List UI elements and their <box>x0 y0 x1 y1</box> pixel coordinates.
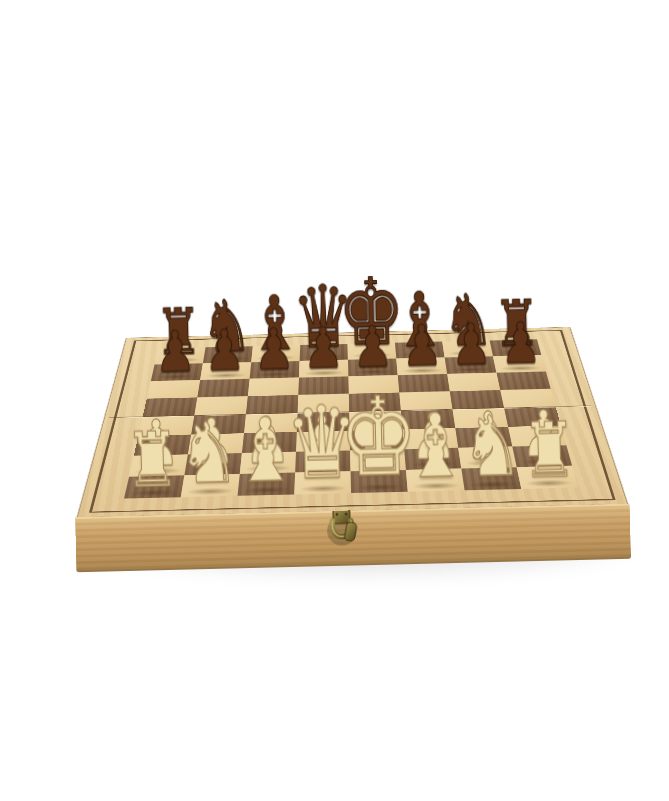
piece-white-bishop-f1: ♝ <box>402 402 468 491</box>
brass-latch-icon <box>322 507 362 556</box>
product-photo-chess-set: ♜♞♝♛♚♝♞♜♟♟♟♟♟♟♟♟♟♟♟♟♟♟♟♟♜♞♝♛♚♝♞♜ <box>50 112 650 801</box>
piece-black-pawn-d7: ♟ <box>302 320 344 377</box>
chess-board: ♜♞♝♛♚♝♞♜♟♟♟♟♟♟♟♟♟♟♟♟♟♟♟♟♜♞♝♛♚♝♞♜ <box>77 327 628 517</box>
square-a1: ♜ <box>124 475 184 498</box>
piece-black-pawn-c7: ♟ <box>252 321 294 378</box>
square-e1: ♚ <box>351 470 408 493</box>
square-f1: ♝ <box>406 469 465 492</box>
square-a7: ♟ <box>151 363 203 381</box>
piece-white-rook-h1: ♜ <box>520 412 576 489</box>
piece-black-pawn-f7: ♟ <box>401 317 443 374</box>
square-g7: ♟ <box>445 356 497 374</box>
piece-black-pawn-a7: ♟ <box>154 323 196 380</box>
piece-white-knight-g1: ♞ <box>460 405 523 490</box>
square-b6 <box>197 379 249 398</box>
square-b1: ♞ <box>181 474 240 497</box>
piece-black-pawn-g7: ♟ <box>450 316 492 373</box>
piece-black-pawn-h7: ♟ <box>499 315 541 372</box>
square-g6 <box>447 373 500 391</box>
square-b7: ♟ <box>200 362 251 380</box>
piece-white-knight-b1: ♞ <box>177 412 240 497</box>
piece-black-pawn-b7: ♟ <box>203 322 245 379</box>
chess-board-field: ♜♞♝♛♚♝♞♜♟♟♟♟♟♟♟♟♟♟♟♟♟♟♟♟♜♞♝♛♚♝♞♜ <box>124 339 578 498</box>
square-h1: ♜ <box>517 466 578 489</box>
square-h6 <box>497 372 551 390</box>
folding-chess-box: ♜♞♝♛♚♝♞♜♟♟♟♟♟♟♟♟♟♟♟♟♟♟♟♟♜♞♝♛♚♝♞♜ <box>77 327 628 517</box>
square-a6 <box>147 380 200 399</box>
square-g1: ♞ <box>461 467 521 490</box>
square-h7: ♟ <box>493 355 546 373</box>
piece-white-rook-a1: ♜ <box>123 421 179 498</box>
piece-black-pawn-e7: ♟ <box>351 318 393 375</box>
square-c7: ♟ <box>250 361 300 379</box>
